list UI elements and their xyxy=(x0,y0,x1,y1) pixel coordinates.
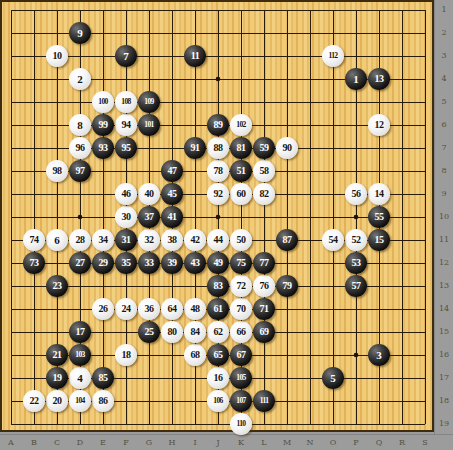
coord-label-col-A: A xyxy=(3,438,19,447)
stone-53-P12[interactable]: 53 xyxy=(345,252,367,274)
stone-54-O11[interactable]: 54 xyxy=(322,229,344,251)
stone-79-M13[interactable]: 79 xyxy=(276,275,298,297)
coord-label-col-F: F xyxy=(118,438,134,447)
coord-label-col-R: R xyxy=(394,438,410,447)
coord-label-row-10: 10 xyxy=(435,212,453,221)
coordinate-strip-right: 12345678910111213141516171819 xyxy=(434,0,453,434)
stone-20-C18[interactable]: 20 xyxy=(46,390,68,412)
stone-14-Q9[interactable]: 14 xyxy=(368,183,390,205)
stone-89-J6[interactable]: 89 xyxy=(207,114,229,136)
stone-92-J9[interactable]: 92 xyxy=(207,183,229,205)
stone-16-J17[interactable]: 16 xyxy=(207,367,229,389)
stone-41-H10[interactable]: 41 xyxy=(161,206,183,228)
stone-51-K8[interactable]: 51 xyxy=(230,160,252,182)
stone-52-P11[interactable]: 52 xyxy=(345,229,367,251)
stone-85-E17[interactable]: 85 xyxy=(92,367,114,389)
stone-29-E12[interactable]: 29 xyxy=(92,252,114,274)
stone-34-E11[interactable]: 34 xyxy=(92,229,114,251)
coord-label-row-19: 19 xyxy=(435,419,453,428)
stone-6-C11[interactable]: 6 xyxy=(46,229,68,251)
stone-87-M11[interactable]: 87 xyxy=(276,229,298,251)
coord-label-col-O: O xyxy=(325,438,341,447)
stone-58-L8[interactable]: 58 xyxy=(253,160,275,182)
stone-99-E6[interactable]: 99 xyxy=(92,114,114,136)
coord-label-col-S: S xyxy=(417,438,433,447)
stone-11-I3[interactable]: 11 xyxy=(184,45,206,67)
stone-42-I11[interactable]: 42 xyxy=(184,229,206,251)
stone-17-D15[interactable]: 17 xyxy=(69,321,91,343)
stone-76-L13[interactable]: 76 xyxy=(253,275,275,297)
stone-104-D18[interactable]: 104 xyxy=(69,390,91,412)
stone-69-L15[interactable]: 69 xyxy=(253,321,275,343)
stone-80-H15[interactable]: 80 xyxy=(161,321,183,343)
stone-112-O3[interactable]: 112 xyxy=(322,45,344,67)
stone-110-K19[interactable]: 110 xyxy=(230,413,252,435)
stone-82-L9[interactable]: 82 xyxy=(253,183,275,205)
stone-71-L14[interactable]: 71 xyxy=(253,298,275,320)
stone-98-C8[interactable]: 98 xyxy=(46,160,68,182)
stone-38-H11[interactable]: 38 xyxy=(161,229,183,251)
coord-label-row-8: 8 xyxy=(435,166,453,175)
stone-19-C17[interactable]: 19 xyxy=(46,367,68,389)
stone-50-K11[interactable]: 50 xyxy=(230,229,252,251)
stone-107-K18[interactable]: 107 xyxy=(230,390,252,412)
coord-label-col-L: L xyxy=(256,438,272,447)
stone-23-C13[interactable]: 23 xyxy=(46,275,68,297)
stone-74-B11[interactable]: 74 xyxy=(23,229,45,251)
stone-37-G10[interactable]: 37 xyxy=(138,206,160,228)
coord-label-col-B: B xyxy=(26,438,42,447)
stone-55-Q10[interactable]: 55 xyxy=(368,206,390,228)
stone-61-J14[interactable]: 61 xyxy=(207,298,229,320)
stone-83-J13[interactable]: 83 xyxy=(207,275,229,297)
coord-label-row-5: 5 xyxy=(435,97,453,106)
coord-label-col-C: C xyxy=(49,438,65,447)
coord-label-row-16: 16 xyxy=(435,350,453,359)
stone-57-P13[interactable]: 57 xyxy=(345,275,367,297)
stone-4-D17[interactable]: 4 xyxy=(69,367,91,389)
stone-47-H8[interactable]: 47 xyxy=(161,160,183,182)
coordinate-strip-bottom: ABCDEFGHIJKLMNOPQRS xyxy=(0,434,453,450)
coord-label-row-15: 15 xyxy=(435,327,453,336)
stone-111-L18[interactable]: 111 xyxy=(253,390,275,412)
stone-106-J18[interactable]: 106 xyxy=(207,390,229,412)
stone-44-J11[interactable]: 44 xyxy=(207,229,229,251)
stone-70-K14[interactable]: 70 xyxy=(230,298,252,320)
stone-13-Q4[interactable]: 13 xyxy=(368,68,390,90)
stone-88-J7[interactable]: 88 xyxy=(207,137,229,159)
stone-108-F5[interactable]: 108 xyxy=(115,91,137,113)
stone-103-D16[interactable]: 103 xyxy=(69,344,91,366)
stones-layer: 1234567891011121314151617181920212223242… xyxy=(0,0,434,432)
stone-32-G11[interactable]: 32 xyxy=(138,229,160,251)
stone-77-L12[interactable]: 77 xyxy=(253,252,275,274)
coord-label-row-18: 18 xyxy=(435,396,453,405)
stone-101-G6[interactable]: 101 xyxy=(138,114,160,136)
stone-73-B12[interactable]: 73 xyxy=(23,252,45,274)
stone-25-G15[interactable]: 25 xyxy=(138,321,160,343)
stone-81-K7[interactable]: 81 xyxy=(230,137,252,159)
stone-66-K15[interactable]: 66 xyxy=(230,321,252,343)
coord-label-col-Q: Q xyxy=(371,438,387,447)
stone-72-K13[interactable]: 72 xyxy=(230,275,252,297)
stone-9-D2[interactable]: 9 xyxy=(69,22,91,44)
stone-65-J16[interactable]: 65 xyxy=(207,344,229,366)
stone-12-Q6[interactable]: 12 xyxy=(368,114,390,136)
stone-49-J12[interactable]: 49 xyxy=(207,252,229,274)
stone-64-H14[interactable]: 64 xyxy=(161,298,183,320)
stone-59-L7[interactable]: 59 xyxy=(253,137,275,159)
stone-10-C3[interactable]: 10 xyxy=(46,45,68,67)
coord-label-col-I: I xyxy=(187,438,203,447)
stone-5-O17[interactable]: 5 xyxy=(322,367,344,389)
coord-label-row-6: 6 xyxy=(435,120,453,129)
stone-39-H12[interactable]: 39 xyxy=(161,252,183,274)
coord-label-col-H: H xyxy=(164,438,180,447)
stone-36-G14[interactable]: 36 xyxy=(138,298,160,320)
stone-93-E7[interactable]: 93 xyxy=(92,137,114,159)
coord-label-row-14: 14 xyxy=(435,304,453,313)
stone-33-G12[interactable]: 33 xyxy=(138,252,160,274)
stone-1-P4[interactable]: 1 xyxy=(345,68,367,90)
coord-label-col-G: G xyxy=(141,438,157,447)
coord-label-row-9: 9 xyxy=(435,189,453,198)
stone-96-D7[interactable]: 96 xyxy=(69,137,91,159)
stone-95-F7[interactable]: 95 xyxy=(115,137,137,159)
stone-90-M7[interactable]: 90 xyxy=(276,137,298,159)
stone-35-F12[interactable]: 35 xyxy=(115,252,137,274)
stone-2-D4[interactable]: 2 xyxy=(69,68,91,90)
coord-label-col-E: E xyxy=(95,438,111,447)
coord-label-row-12: 12 xyxy=(435,258,453,267)
go-game-diagram: 1234567891011121314151617181920212223242… xyxy=(0,0,453,450)
stone-94-F6[interactable]: 94 xyxy=(115,114,137,136)
stone-7-F3[interactable]: 7 xyxy=(115,45,137,67)
coord-label-row-4: 4 xyxy=(435,74,453,83)
stone-3-Q16[interactable]: 3 xyxy=(368,344,390,366)
stone-62-J15[interactable]: 62 xyxy=(207,321,229,343)
stone-75-K12[interactable]: 75 xyxy=(230,252,252,274)
stone-48-I14[interactable]: 48 xyxy=(184,298,206,320)
stone-46-F9[interactable]: 46 xyxy=(115,183,137,205)
stone-105-K17[interactable]: 105 xyxy=(230,367,252,389)
stone-24-F14[interactable]: 24 xyxy=(115,298,137,320)
stone-86-E18[interactable]: 86 xyxy=(92,390,114,412)
stone-102-K6[interactable]: 102 xyxy=(230,114,252,136)
stone-8-D6[interactable]: 8 xyxy=(69,114,91,136)
coord-label-col-M: M xyxy=(279,438,295,447)
coord-label-col-D: D xyxy=(72,438,88,447)
coord-label-row-7: 7 xyxy=(435,143,453,152)
stone-97-D8[interactable]: 97 xyxy=(69,160,91,182)
stone-18-F16[interactable]: 18 xyxy=(115,344,137,366)
stone-67-K16[interactable]: 67 xyxy=(230,344,252,366)
coord-label-col-P: P xyxy=(348,438,364,447)
stone-109-G5[interactable]: 109 xyxy=(138,91,160,113)
coord-label-row-1: 1 xyxy=(435,5,453,14)
stone-21-C16[interactable]: 21 xyxy=(46,344,68,366)
stone-78-J8[interactable]: 78 xyxy=(207,160,229,182)
stone-40-G9[interactable]: 40 xyxy=(138,183,160,205)
coord-label-row-13: 13 xyxy=(435,281,453,290)
coord-label-row-11: 11 xyxy=(435,235,453,244)
stone-45-H9[interactable]: 45 xyxy=(161,183,183,205)
stone-60-K9[interactable]: 60 xyxy=(230,183,252,205)
stone-91-I7[interactable]: 91 xyxy=(184,137,206,159)
stone-22-B18[interactable]: 22 xyxy=(23,390,45,412)
stone-30-F10[interactable]: 30 xyxy=(115,206,137,228)
stone-27-D12[interactable]: 27 xyxy=(69,252,91,274)
stone-43-I12[interactable]: 43 xyxy=(184,252,206,274)
stone-26-E14[interactable]: 26 xyxy=(92,298,114,320)
coord-label-row-17: 17 xyxy=(435,373,453,382)
stone-56-P9[interactable]: 56 xyxy=(345,183,367,205)
stone-31-F11[interactable]: 31 xyxy=(115,229,137,251)
go-board[interactable]: 1234567891011121314151617181920212223242… xyxy=(0,0,434,432)
coord-label-col-N: N xyxy=(302,438,318,447)
coord-label-col-J: J xyxy=(210,438,226,447)
stone-68-I16[interactable]: 68 xyxy=(184,344,206,366)
stone-28-D11[interactable]: 28 xyxy=(69,229,91,251)
coord-label-col-K: K xyxy=(233,438,249,447)
stone-15-Q11[interactable]: 15 xyxy=(368,229,390,251)
stone-100-E5[interactable]: 100 xyxy=(92,91,114,113)
coord-label-row-2: 2 xyxy=(435,28,453,37)
coord-label-row-3: 3 xyxy=(435,51,453,60)
stone-84-I15[interactable]: 84 xyxy=(184,321,206,343)
